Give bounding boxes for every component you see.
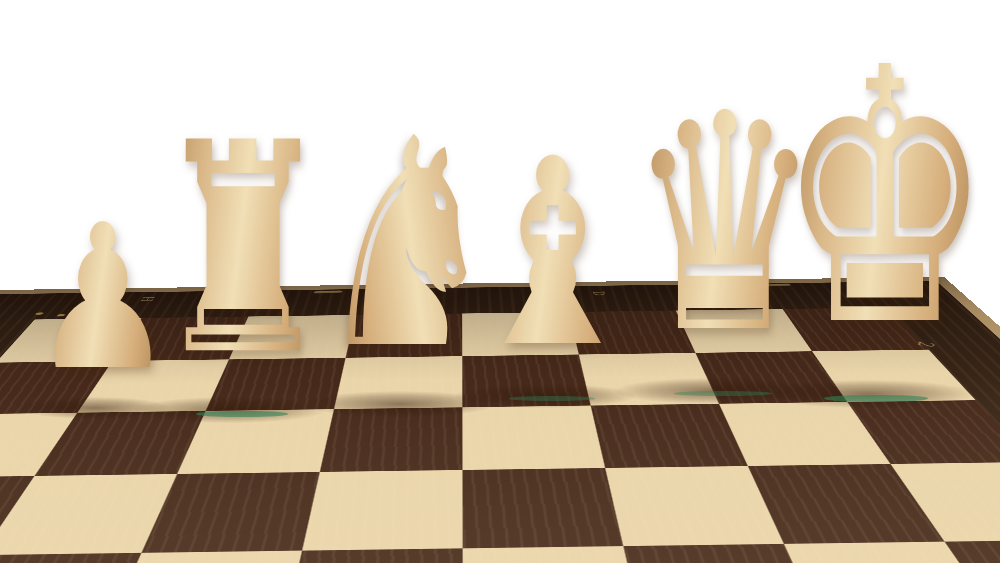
- white-pawn: ♟: [0, 181, 253, 414]
- felt-base: [509, 396, 595, 401]
- pieces-layer: ♟ ♜ ♞ ♝ ♛ ♚: [0, 0, 1000, 563]
- white-king: ♚: [727, 0, 1000, 403]
- white-knight: ♞: [257, 77, 557, 412]
- white-queen: ♛: [574, 50, 874, 399]
- chess-product-photo: H D 2 ♟ ♜ ♞ ♝: [0, 0, 1000, 563]
- rook-glyph: ♜: [152, 105, 334, 395]
- knight-glyph: ♞: [314, 101, 500, 389]
- white-bishop: ♝: [403, 104, 703, 404]
- bishop-glyph: ♝: [460, 125, 645, 383]
- felt-base: [824, 395, 928, 402]
- piece-shadow: [763, 380, 973, 408]
- felt-base: [196, 411, 288, 417]
- queen-glyph: ♛: [627, 75, 821, 375]
- piece-shadow: [135, 397, 325, 423]
- king-glyph: ♚: [777, 22, 992, 374]
- white-rook: ♜: [93, 81, 393, 418]
- pawn-glyph: ♟: [31, 198, 174, 398]
- felt-base: [674, 391, 772, 396]
